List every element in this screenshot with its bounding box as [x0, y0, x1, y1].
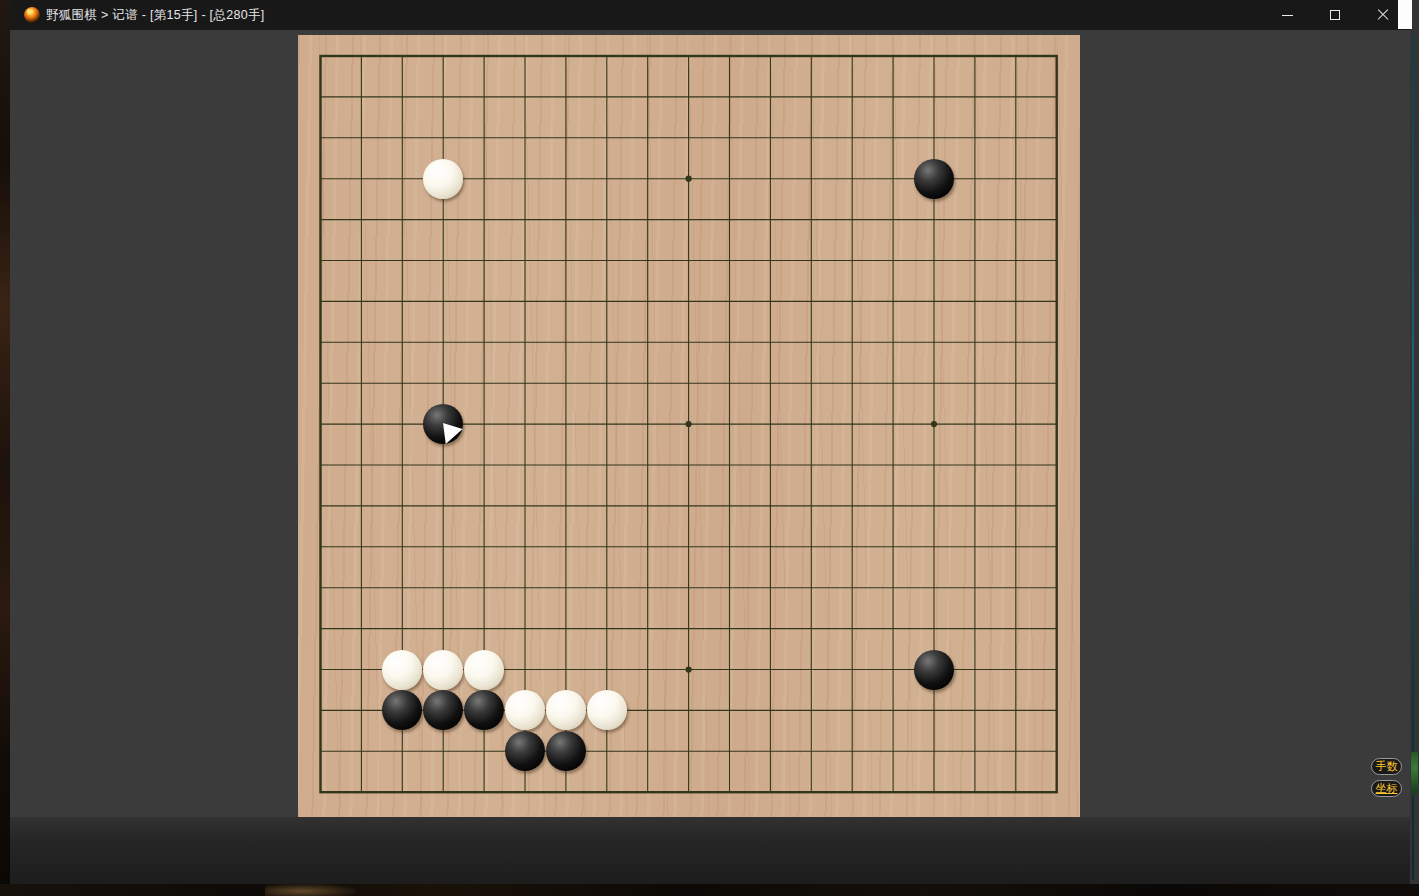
app-window: 野狐围棋 > 记谱 - [第15手] - [总280手]	[10, 0, 1410, 884]
stone-black	[914, 159, 954, 199]
stone-black	[546, 731, 586, 771]
window-title: 野狐围棋 > 记谱 - [第15手] - [总280手]	[46, 0, 265, 30]
move-numbers-toggle[interactable]: 手数	[1371, 758, 1402, 775]
stone-white	[423, 650, 463, 690]
window-controls	[1264, 0, 1406, 30]
desktop-background-right	[1410, 0, 1419, 896]
coordinates-toggle[interactable]: 坐标	[1371, 780, 1402, 797]
maximize-button[interactable]	[1312, 0, 1358, 30]
desktop-background-left	[0, 0, 10, 896]
background-green-blob	[1411, 752, 1418, 804]
minimize-button[interactable]	[1264, 0, 1310, 30]
close-icon	[1377, 9, 1389, 21]
stone-white	[587, 690, 627, 730]
fox-go-logo-icon	[24, 7, 40, 23]
titlebar: 野狐围棋 > 记谱 - [第15手] - [总280手]	[10, 0, 1410, 30]
stone-white	[382, 650, 422, 690]
stone-white	[464, 650, 504, 690]
stone-black-last-move	[423, 404, 463, 444]
desktop-background-bottom	[0, 884, 1419, 896]
stone-black	[914, 650, 954, 690]
background-brown-blob	[265, 884, 355, 896]
bottom-panel: GO 停一手 绝艺推荐 数子规则 ˅ 分先 ˅ 打开 保存 上传	[10, 817, 1410, 884]
background-window-sliver	[1398, 0, 1412, 29]
go-board[interactable]	[298, 35, 1080, 817]
maximize-icon	[1330, 10, 1340, 20]
minimize-icon	[1282, 15, 1293, 16]
stone-white	[423, 159, 463, 199]
